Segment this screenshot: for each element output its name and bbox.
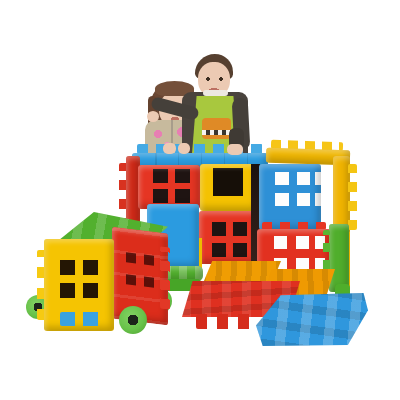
girl-hand-right bbox=[178, 143, 190, 154]
girl-hand-left bbox=[163, 143, 176, 154]
boy-hand-on-rail bbox=[227, 144, 243, 155]
window-block-upper-left bbox=[138, 165, 200, 209]
corner-rail-studs bbox=[348, 164, 357, 230]
side-window-panel-blue bbox=[259, 164, 321, 230]
rear-panel-green bbox=[329, 224, 349, 292]
door-block-yellow bbox=[200, 164, 258, 211]
boy-hand-on-shoulder bbox=[147, 111, 159, 122]
boy-shirt-graphic bbox=[202, 118, 231, 139]
product-photo bbox=[0, 0, 400, 400]
wheel-front bbox=[119, 306, 147, 334]
cube-right-studs bbox=[160, 246, 170, 309]
cube-base-blue-studs bbox=[60, 312, 104, 326]
flat-panel-red-studs bbox=[196, 314, 256, 329]
boy-collar bbox=[203, 90, 228, 96]
window-block-middle bbox=[199, 211, 259, 264]
